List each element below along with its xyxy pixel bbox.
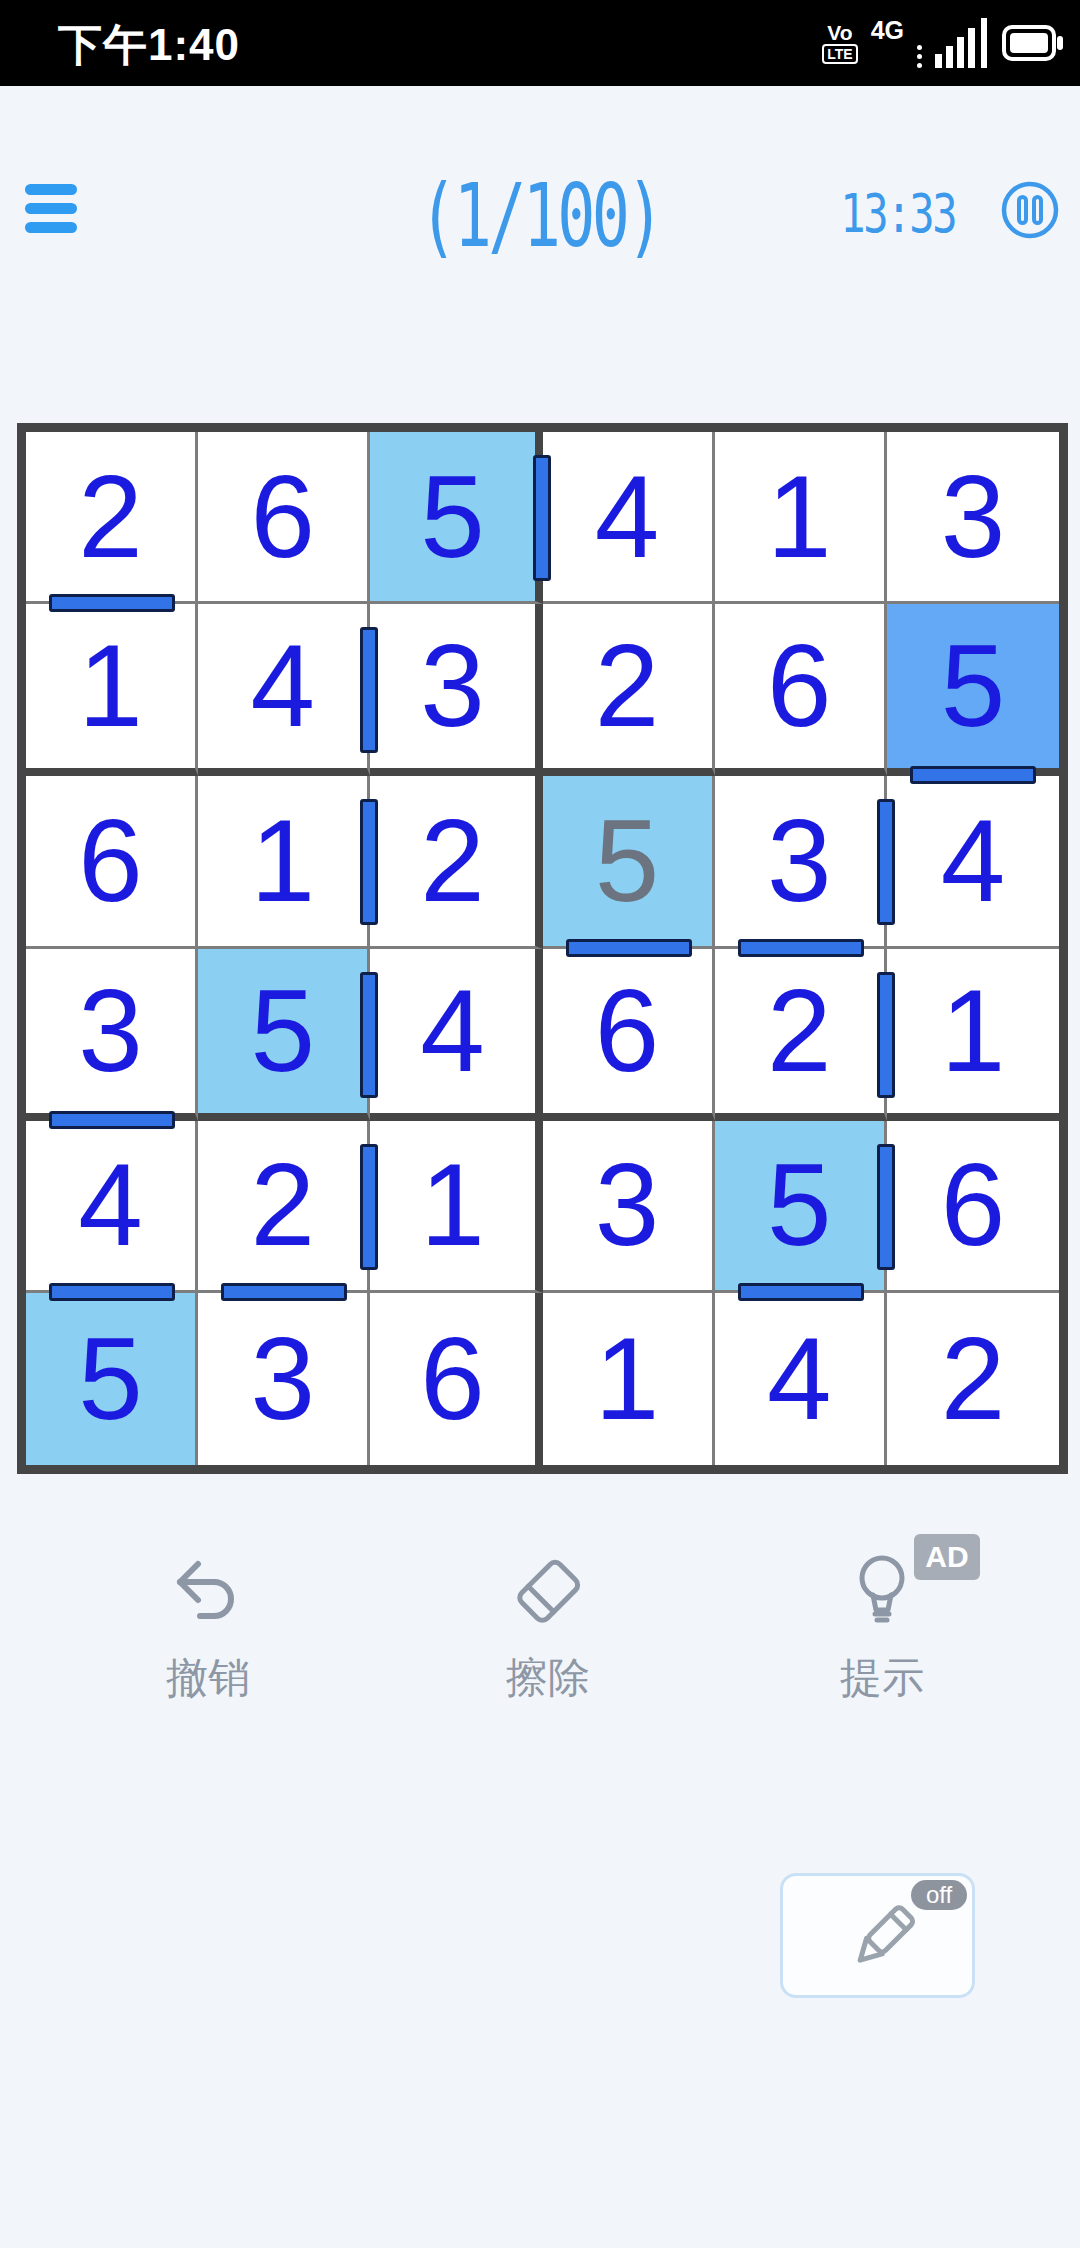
cell-digit: 3 — [595, 1147, 660, 1263]
cell-r6c2[interactable]: 3 — [198, 1293, 370, 1465]
cell-r5c6[interactable]: 6 — [887, 1121, 1059, 1293]
cell-digit: 3 — [941, 459, 1006, 575]
cell-r1c1[interactable]: 2 — [26, 432, 198, 604]
app-screen: 下午1:40 Vo LTE 4G (1/100) 13:33 — [0, 0, 1080, 2248]
cell-r5c2[interactable]: 2 — [198, 1121, 370, 1293]
cell-r3c2[interactable]: 1 — [198, 776, 370, 948]
cell-r2c4[interactable]: 2 — [543, 604, 715, 776]
pause-icon — [1000, 180, 1060, 240]
cell-digit: 1 — [595, 1321, 660, 1437]
sudoku-board: 265413143265612534354621421356536142 — [17, 423, 1068, 1474]
cell-digit: 1 — [78, 628, 143, 744]
cell-r5c3[interactable]: 1 — [370, 1121, 542, 1293]
pencil-state-badge: off — [911, 1880, 967, 1910]
cell-r3c5[interactable]: 3 — [715, 776, 887, 948]
cell-r6c1[interactable]: 5 — [26, 1293, 198, 1465]
cell-digit: 6 — [941, 1147, 1006, 1263]
hint-label: 提示 — [840, 1650, 924, 1706]
cell-r1c3[interactable]: 5 — [370, 432, 542, 604]
cell-r2c6[interactable]: 5 — [887, 604, 1059, 776]
cell-digit: 2 — [78, 459, 143, 575]
cell-digit: 4 — [767, 1321, 832, 1437]
cell-digit: 5 — [250, 973, 315, 1089]
eraser-icon — [506, 1550, 590, 1634]
erase-label: 擦除 — [506, 1650, 590, 1706]
ad-badge: AD — [914, 1534, 980, 1580]
cell-r5c4[interactable]: 3 — [543, 1121, 715, 1293]
undo-label: 撤销 — [166, 1650, 250, 1706]
cell-digit: 2 — [767, 973, 832, 1089]
cell-digit: 5 — [595, 803, 660, 919]
cell-r4c5[interactable]: 2 — [715, 949, 887, 1121]
cell-r3c3[interactable]: 2 — [370, 776, 542, 948]
cell-digit: 1 — [767, 459, 832, 575]
cell-r6c6[interactable]: 2 — [887, 1293, 1059, 1465]
cell-r3c6[interactable]: 4 — [887, 776, 1059, 948]
cell-digit: 3 — [250, 1321, 315, 1437]
cell-r2c5[interactable]: 6 — [715, 604, 887, 776]
cell-digit: 3 — [767, 803, 832, 919]
timer: 13:33 — [841, 182, 956, 245]
cell-digit: 5 — [941, 628, 1006, 744]
cell-digit: 5 — [767, 1147, 832, 1263]
cell-digit: 1 — [941, 973, 1006, 1089]
cell-r6c3[interactable]: 6 — [370, 1293, 542, 1465]
cell-r4c2[interactable]: 5 — [198, 949, 370, 1121]
cell-r2c3[interactable]: 3 — [370, 604, 542, 776]
cell-r1c5[interactable]: 1 — [715, 432, 887, 604]
menu-button[interactable] — [25, 184, 77, 241]
undo-icon — [166, 1550, 250, 1634]
cell-digit: 1 — [420, 1147, 485, 1263]
cell-r6c4[interactable]: 1 — [543, 1293, 715, 1465]
volte-label: LTE — [822, 44, 857, 64]
cell-digit: 2 — [250, 1147, 315, 1263]
signal-bars-icon — [935, 18, 989, 68]
cell-r5c5[interactable]: 5 — [715, 1121, 887, 1293]
cell-digit: 5 — [420, 459, 485, 575]
cell-r2c1[interactable]: 1 — [26, 604, 198, 776]
cell-digit: 4 — [250, 628, 315, 744]
cell-digit: 6 — [250, 459, 315, 575]
volte-top-label: Vo — [827, 22, 852, 43]
cell-r1c4[interactable]: 4 — [543, 432, 715, 604]
undo-button[interactable]: 撤销 — [98, 1550, 318, 1706]
volte-icon: Vo LTE — [822, 22, 857, 64]
cell-digit: 4 — [941, 803, 1006, 919]
cell-r3c4[interactable]: 5 — [543, 776, 715, 948]
cell-digit: 5 — [78, 1321, 143, 1437]
cell-digit: 6 — [78, 803, 143, 919]
cell-r2c2[interactable]: 4 — [198, 604, 370, 776]
cell-digit: 3 — [78, 973, 143, 1089]
cell-digit: 2 — [420, 803, 485, 919]
cell-digit: 3 — [420, 628, 485, 744]
lightbulb-icon — [840, 1550, 924, 1634]
status-time: 下午1:40 — [58, 0, 240, 86]
pencil-toggle-button[interactable]: off — [780, 1873, 975, 1998]
cell-r1c2[interactable]: 6 — [198, 432, 370, 604]
cell-digit: 6 — [767, 628, 832, 744]
cell-r4c6[interactable]: 1 — [887, 949, 1059, 1121]
network-4g-label: 4G — [871, 16, 904, 45]
cell-digit: 2 — [595, 628, 660, 744]
level-progress: (1/100) — [151, 164, 929, 267]
board-cells: 265413143265612534354621421356536142 — [26, 432, 1059, 1465]
pause-button[interactable] — [1000, 180, 1060, 240]
cell-r5c1[interactable]: 4 — [26, 1121, 198, 1293]
cell-r4c1[interactable]: 3 — [26, 949, 198, 1121]
cell-r4c3[interactable]: 4 — [370, 949, 542, 1121]
cell-digit: 6 — [420, 1321, 485, 1437]
cell-digit: 4 — [420, 973, 485, 1089]
pencil-icon — [835, 1894, 925, 1984]
cell-digit: 1 — [250, 803, 315, 919]
cell-digit: 6 — [595, 973, 660, 1089]
cell-digit: 2 — [941, 1321, 1006, 1437]
status-icons: Vo LTE 4G — [822, 0, 1064, 86]
signal-dots-icon — [917, 45, 922, 68]
cell-r4c4[interactable]: 6 — [543, 949, 715, 1121]
battery-icon — [1002, 24, 1064, 62]
cell-digit: 4 — [78, 1147, 143, 1263]
cell-r1c6[interactable]: 3 — [887, 432, 1059, 604]
cell-digit: 4 — [595, 459, 660, 575]
erase-button[interactable]: 擦除 — [438, 1550, 658, 1706]
cell-r6c5[interactable]: 4 — [715, 1293, 887, 1465]
cell-r3c1[interactable]: 6 — [26, 776, 198, 948]
status-bar: 下午1:40 Vo LTE 4G — [0, 0, 1080, 86]
